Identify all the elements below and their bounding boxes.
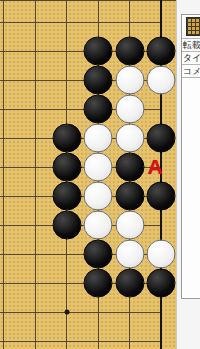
panel-row-comment[interactable]: コメ — [182, 65, 200, 78]
black-stone — [147, 37, 176, 66]
star-point — [64, 309, 69, 314]
go-board[interactable]: A — [0, 0, 176, 349]
white-stone — [115, 240, 144, 269]
black-stone — [84, 66, 113, 95]
problem-info-box: 転載 タイ コメ — [181, 14, 200, 299]
side-panel: 転載 タイ コメ — [176, 0, 200, 349]
white-stone — [84, 153, 113, 182]
white-stone — [115, 211, 144, 240]
black-stone — [52, 182, 81, 211]
black-stone — [84, 37, 113, 66]
panel-row-label: タイ — [183, 53, 200, 63]
black-stone — [115, 153, 144, 182]
panel-row-label: コメ — [183, 66, 200, 76]
black-stone — [52, 124, 81, 153]
grid-line-horizontal — [0, 341, 162, 342]
white-stone — [84, 182, 113, 211]
grid-line-vertical — [3, 0, 4, 349]
black-stone — [84, 269, 113, 298]
white-stone — [115, 66, 144, 95]
white-stone — [84, 211, 113, 240]
black-stone — [115, 269, 144, 298]
white-stone — [147, 66, 176, 95]
board-icon-row[interactable] — [182, 15, 200, 39]
white-stone — [115, 124, 144, 153]
grid-line-vertical — [35, 0, 36, 349]
white-stone — [147, 240, 176, 269]
black-stone — [84, 240, 113, 269]
grid-line-horizontal — [0, 312, 162, 313]
panel-row-label: 転載 — [183, 40, 200, 50]
go-board-icon — [186, 17, 200, 36]
black-stone — [115, 37, 144, 66]
white-stone — [84, 124, 113, 153]
black-stone — [147, 269, 176, 298]
grid-line-horizontal — [0, 22, 162, 23]
panel-row-title[interactable]: タイ — [182, 52, 200, 65]
black-stone — [84, 95, 113, 124]
black-stone — [52, 211, 81, 240]
black-stone — [115, 182, 144, 211]
panel-row-tensai[interactable]: 転載 — [182, 39, 200, 52]
marker-A[interactable]: A — [147, 156, 162, 177]
black-stone — [52, 153, 81, 182]
black-stone — [147, 182, 176, 211]
top-border-line — [0, 0, 176, 1]
app-window: A 転載 タイ コメ — [0, 0, 200, 349]
white-stone — [115, 95, 144, 124]
black-stone — [147, 124, 176, 153]
